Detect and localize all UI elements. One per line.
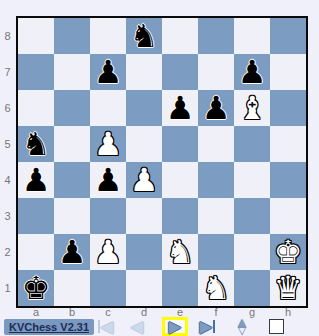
square-f6[interactable]: ♟ xyxy=(198,90,234,126)
bar-shape xyxy=(213,320,215,333)
piece-black-knight: ♞ xyxy=(22,126,51,162)
square-c7[interactable]: ♟ xyxy=(90,54,126,90)
square-f4[interactable] xyxy=(198,162,234,198)
square-f8[interactable] xyxy=(198,18,234,54)
square-f3[interactable] xyxy=(198,198,234,234)
stop-button[interactable] xyxy=(267,317,285,336)
step-forward-icon: ▶ xyxy=(169,319,181,335)
app-version-label: KVChess V2.31 xyxy=(4,319,94,335)
square-e7[interactable] xyxy=(162,54,198,90)
piece-white-queen: ♛ xyxy=(274,270,303,306)
square-b6[interactable] xyxy=(54,90,90,126)
square-g2[interactable] xyxy=(234,234,270,270)
square-d1[interactable] xyxy=(126,270,162,306)
square-c8[interactable] xyxy=(90,18,126,54)
step-back-icon: ◀ xyxy=(131,319,143,335)
square-e2[interactable]: ♞ xyxy=(162,234,198,270)
skip-to-start-icon: ◀ xyxy=(101,319,113,335)
chess-board: ♞♟♟♟♟♝♞♟♟♟♟♟♟♞♚♚♞♛ xyxy=(18,18,306,306)
piece-black-pawn: ♟ xyxy=(58,234,87,270)
square-a5[interactable]: ♞ xyxy=(18,126,54,162)
square-g1[interactable] xyxy=(234,270,270,306)
square-c5[interactable]: ♟ xyxy=(90,126,126,162)
square-f7[interactable] xyxy=(198,54,234,90)
square-d2[interactable] xyxy=(126,234,162,270)
piece-white-pawn: ♟ xyxy=(130,162,159,198)
square-e3[interactable] xyxy=(162,198,198,234)
rank-label-3: 3 xyxy=(0,198,15,234)
piece-white-king: ♚ xyxy=(274,234,303,270)
flip-board-button[interactable]: ▲▽ xyxy=(233,317,251,336)
piece-black-pawn: ♟ xyxy=(202,90,231,126)
rank-label-1: 1 xyxy=(0,270,15,306)
square-c1[interactable] xyxy=(90,270,126,306)
square-h1[interactable]: ♛ xyxy=(270,270,306,306)
piece-black-pawn: ♟ xyxy=(22,162,51,198)
skip-to-start-button[interactable]: ◀ xyxy=(94,317,116,336)
flip-board-icon: ▽ xyxy=(238,327,246,335)
piece-black-knight: ♞ xyxy=(130,18,159,54)
piece-white-pawn: ♟ xyxy=(94,126,123,162)
square-c6[interactable] xyxy=(90,90,126,126)
file-label-a: a xyxy=(18,306,54,318)
piece-black-pawn: ♟ xyxy=(94,162,123,198)
square-c2[interactable]: ♟ xyxy=(90,234,126,270)
piece-black-king: ♚ xyxy=(22,270,51,306)
square-g6[interactable]: ♝ xyxy=(234,90,270,126)
rank-label-8: 8 xyxy=(0,18,15,54)
square-e5[interactable] xyxy=(162,126,198,162)
square-h3[interactable] xyxy=(270,198,306,234)
square-e8[interactable] xyxy=(162,18,198,54)
square-g7[interactable]: ♟ xyxy=(234,54,270,90)
piece-black-pawn: ♟ xyxy=(166,90,195,126)
skip-to-end-icon: ▶ xyxy=(200,319,212,335)
square-h8[interactable] xyxy=(270,18,306,54)
square-h7[interactable] xyxy=(270,54,306,90)
square-d3[interactable] xyxy=(126,198,162,234)
piece-white-pawn: ♟ xyxy=(94,234,123,270)
rank-label-5: 5 xyxy=(0,126,15,162)
square-a6[interactable] xyxy=(18,90,54,126)
piece-white-knight: ♞ xyxy=(202,270,231,306)
square-b3[interactable] xyxy=(54,198,90,234)
square-c4[interactable]: ♟ xyxy=(90,162,126,198)
square-b8[interactable] xyxy=(54,18,90,54)
chess-board-frame: ♞♟♟♟♟♝♞♟♟♟♟♟♟♞♚♚♞♛ xyxy=(16,16,308,308)
bar-shape xyxy=(98,320,100,333)
square-a4[interactable]: ♟ xyxy=(18,162,54,198)
square-g5[interactable] xyxy=(234,126,270,162)
step-back-button[interactable]: ◀ xyxy=(128,317,146,336)
square-d8[interactable]: ♞ xyxy=(126,18,162,54)
piece-black-pawn: ♟ xyxy=(238,54,267,90)
kvchess-window: ♞♟♟♟♟♝♞♟♟♟♟♟♟♞♚♚♞♛ 87654321 abcdefgh KVC… xyxy=(0,0,319,336)
square-f1[interactable]: ♞ xyxy=(198,270,234,306)
rank-label-2: 2 xyxy=(0,234,15,270)
square-c3[interactable] xyxy=(90,198,126,234)
file-label-b: b xyxy=(54,306,90,318)
square-b4[interactable] xyxy=(54,162,90,198)
square-a8[interactable] xyxy=(18,18,54,54)
rank-label-7: 7 xyxy=(0,54,15,90)
square-g4[interactable] xyxy=(234,162,270,198)
step-forward-button[interactable]: ▶ xyxy=(162,317,188,336)
square-h5[interactable] xyxy=(270,126,306,162)
stop-square-icon xyxy=(269,319,284,334)
square-a7[interactable] xyxy=(18,54,54,90)
square-g8[interactable] xyxy=(234,18,270,54)
rank-label-6: 6 xyxy=(0,90,15,126)
square-e1[interactable] xyxy=(162,270,198,306)
square-a2[interactable] xyxy=(18,234,54,270)
square-b2[interactable]: ♟ xyxy=(54,234,90,270)
square-h6[interactable] xyxy=(270,90,306,126)
square-b7[interactable] xyxy=(54,54,90,90)
square-b1[interactable] xyxy=(54,270,90,306)
rank-label-4: 4 xyxy=(0,162,15,198)
square-a1[interactable]: ♚ xyxy=(18,270,54,306)
skip-to-end-button[interactable]: ▶ xyxy=(197,317,219,336)
square-d7[interactable] xyxy=(126,54,162,90)
square-a3[interactable] xyxy=(18,198,54,234)
piece-white-bishop: ♝ xyxy=(238,90,267,126)
square-f2[interactable] xyxy=(198,234,234,270)
square-d4[interactable]: ♟ xyxy=(126,162,162,198)
piece-white-knight: ♞ xyxy=(166,234,195,270)
square-e4[interactable] xyxy=(162,162,198,198)
square-d6[interactable] xyxy=(126,90,162,126)
square-h2[interactable]: ♚ xyxy=(270,234,306,270)
square-e6[interactable]: ♟ xyxy=(162,90,198,126)
square-d5[interactable] xyxy=(126,126,162,162)
square-f5[interactable] xyxy=(198,126,234,162)
square-g3[interactable] xyxy=(234,198,270,234)
square-b5[interactable] xyxy=(54,126,90,162)
piece-black-pawn: ♟ xyxy=(94,54,123,90)
square-h4[interactable] xyxy=(270,162,306,198)
